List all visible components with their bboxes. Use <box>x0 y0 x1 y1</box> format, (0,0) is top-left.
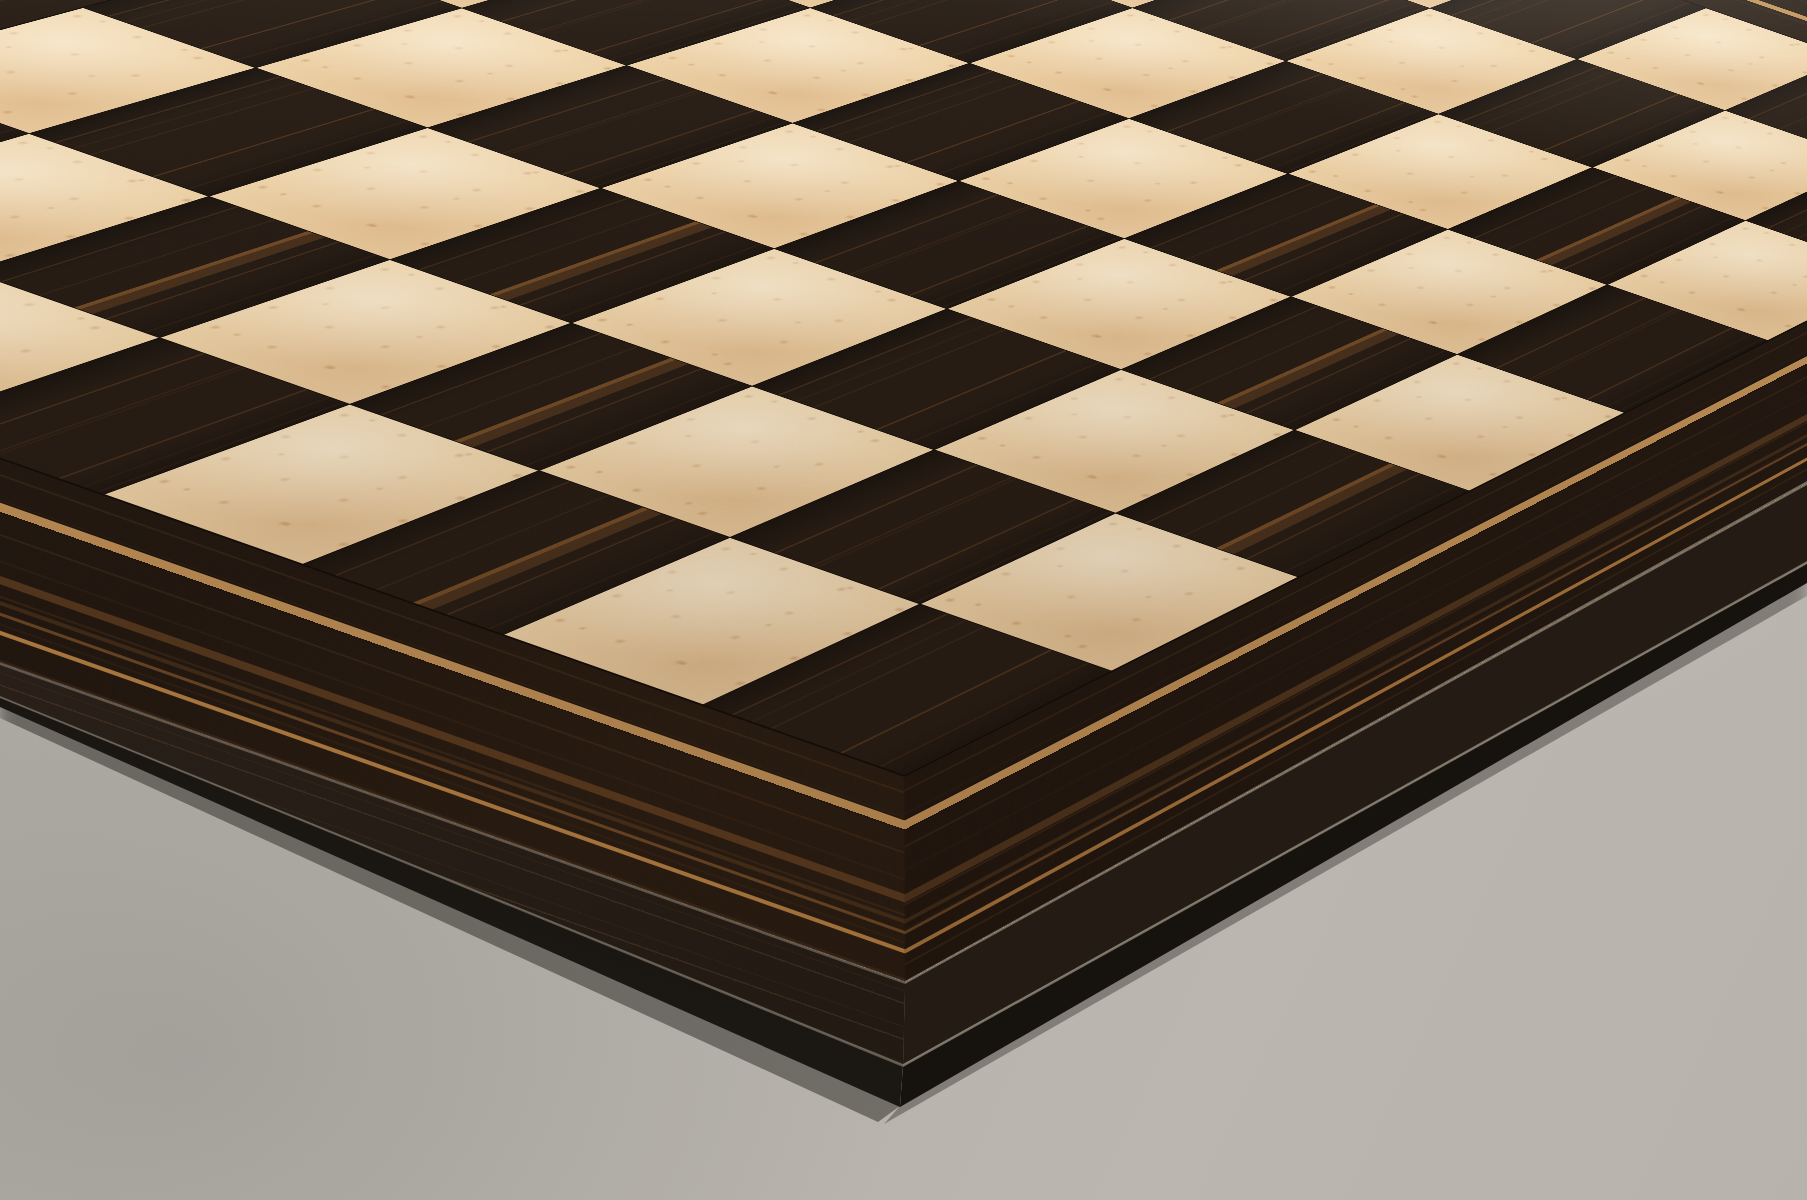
scene-floor <box>0 0 1807 1200</box>
